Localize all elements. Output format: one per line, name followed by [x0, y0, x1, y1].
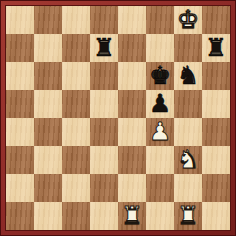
white-rook-g1[interactable]: ♜	[174, 202, 202, 230]
black-king-f6[interactable]: ♚	[146, 62, 174, 90]
square-c7[interactable]	[62, 34, 90, 62]
square-c2[interactable]	[62, 174, 90, 202]
square-c3[interactable]	[62, 146, 90, 174]
square-e7[interactable]	[118, 34, 146, 62]
square-d7[interactable]: ♜	[90, 34, 118, 62]
square-b6[interactable]	[34, 62, 62, 90]
square-e4[interactable]	[118, 118, 146, 146]
square-d3[interactable]	[90, 146, 118, 174]
square-e2[interactable]	[118, 174, 146, 202]
square-c8[interactable]	[62, 6, 90, 34]
square-f1[interactable]	[146, 202, 174, 230]
square-g5[interactable]	[174, 90, 202, 118]
square-c4[interactable]	[62, 118, 90, 146]
square-b8[interactable]	[34, 6, 62, 34]
square-b3[interactable]	[34, 146, 62, 174]
square-h6[interactable]	[202, 62, 230, 90]
square-a8[interactable]	[6, 6, 34, 34]
square-b2[interactable]	[34, 174, 62, 202]
square-f2[interactable]	[146, 174, 174, 202]
square-f7[interactable]	[146, 34, 174, 62]
square-c5[interactable]	[62, 90, 90, 118]
square-h3[interactable]	[202, 146, 230, 174]
square-d1[interactable]	[90, 202, 118, 230]
square-a1[interactable]	[6, 202, 34, 230]
square-a5[interactable]	[6, 90, 34, 118]
square-a2[interactable]	[6, 174, 34, 202]
square-h5[interactable]	[202, 90, 230, 118]
square-d5[interactable]	[90, 90, 118, 118]
square-d4[interactable]	[90, 118, 118, 146]
board-frame: ♚♜♜♚♞♟♟♞♜♜	[0, 0, 236, 236]
square-b4[interactable]	[34, 118, 62, 146]
square-e1[interactable]: ♜	[118, 202, 146, 230]
black-pawn-f5[interactable]: ♟	[146, 90, 174, 118]
square-g2[interactable]	[174, 174, 202, 202]
black-rook-d7[interactable]: ♜	[90, 34, 118, 62]
square-g1[interactable]: ♜	[174, 202, 202, 230]
black-rook-h7[interactable]: ♜	[202, 34, 230, 62]
black-knight-g6[interactable]: ♞	[174, 62, 202, 90]
square-e5[interactable]	[118, 90, 146, 118]
square-a4[interactable]	[6, 118, 34, 146]
square-a7[interactable]	[6, 34, 34, 62]
white-rook-e1[interactable]: ♜	[118, 202, 146, 230]
square-h7[interactable]: ♜	[202, 34, 230, 62]
square-g7[interactable]	[174, 34, 202, 62]
square-b1[interactable]	[34, 202, 62, 230]
white-pawn-f4[interactable]: ♟	[146, 118, 174, 146]
chess-board: ♚♜♜♚♞♟♟♞♜♜	[6, 6, 230, 230]
square-a3[interactable]	[6, 146, 34, 174]
square-g6[interactable]: ♞	[174, 62, 202, 90]
square-h8[interactable]	[202, 6, 230, 34]
square-g4[interactable]	[174, 118, 202, 146]
white-king-g8[interactable]: ♚	[174, 6, 202, 34]
square-f4[interactable]: ♟	[146, 118, 174, 146]
square-f6[interactable]: ♚	[146, 62, 174, 90]
square-g3[interactable]: ♞	[174, 146, 202, 174]
square-c6[interactable]	[62, 62, 90, 90]
square-c1[interactable]	[62, 202, 90, 230]
square-d6[interactable]	[90, 62, 118, 90]
square-f8[interactable]	[146, 6, 174, 34]
square-h2[interactable]	[202, 174, 230, 202]
square-e8[interactable]	[118, 6, 146, 34]
square-h1[interactable]	[202, 202, 230, 230]
square-b5[interactable]	[34, 90, 62, 118]
white-knight-g3[interactable]: ♞	[174, 146, 202, 174]
square-e6[interactable]	[118, 62, 146, 90]
square-h4[interactable]	[202, 118, 230, 146]
square-a6[interactable]	[6, 62, 34, 90]
square-b7[interactable]	[34, 34, 62, 62]
square-f3[interactable]	[146, 146, 174, 174]
square-f5[interactable]: ♟	[146, 90, 174, 118]
square-g8[interactable]: ♚	[174, 6, 202, 34]
square-e3[interactable]	[118, 146, 146, 174]
square-d8[interactable]	[90, 6, 118, 34]
square-d2[interactable]	[90, 174, 118, 202]
